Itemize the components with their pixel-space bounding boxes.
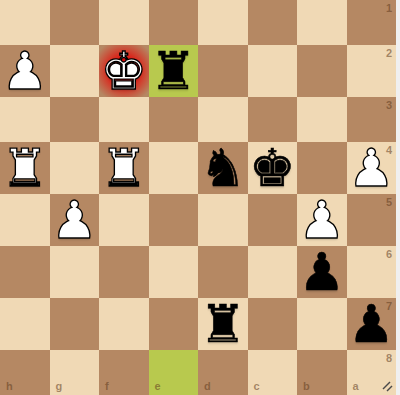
square-c7[interactable] <box>248 298 298 350</box>
file-label-g: g <box>56 381 63 392</box>
square-h3[interactable] <box>0 97 50 142</box>
square-c2[interactable] <box>248 45 298 97</box>
white-pawn[interactable]: ♟ <box>51 194 98 246</box>
square-h4[interactable]: ♜ <box>0 142 50 194</box>
rank-label-8: 8 <box>386 353 392 364</box>
square-d4[interactable]: ♞ <box>198 142 248 194</box>
square-e2[interactable]: ♜ <box>149 45 199 97</box>
square-a7[interactable]: ♟7 <box>347 298 397 350</box>
white-pawn[interactable]: ♟ <box>298 194 345 246</box>
square-h1[interactable] <box>0 0 50 45</box>
square-a1[interactable]: 1 <box>347 0 397 45</box>
square-e4[interactable] <box>149 142 199 194</box>
file-label-b: b <box>303 381 310 392</box>
square-h6[interactable] <box>0 246 50 298</box>
black-rook[interactable]: ♜ <box>199 298 246 350</box>
white-pawn[interactable]: ♟ <box>1 45 48 97</box>
file-label-f: f <box>105 381 109 392</box>
white-king[interactable]: ♚ <box>100 45 147 97</box>
square-b2[interactable] <box>297 45 347 97</box>
rank-label-6: 6 <box>386 249 392 260</box>
chess-app-screen: 1♟♚♜23♜♜♞♚♟4♟♟5♟6♜♟7hgfedcb8a <box>0 0 400 395</box>
square-a2[interactable]: 2 <box>347 45 397 97</box>
square-g2[interactable] <box>50 45 100 97</box>
rank-label-5: 5 <box>386 197 392 208</box>
square-c4[interactable]: ♚ <box>248 142 298 194</box>
square-b6[interactable]: ♟ <box>297 246 347 298</box>
rank-label-4: 4 <box>386 145 392 156</box>
white-rook[interactable]: ♜ <box>100 142 147 194</box>
square-e3[interactable] <box>149 97 199 142</box>
square-d6[interactable] <box>198 246 248 298</box>
square-h7[interactable] <box>0 298 50 350</box>
chess-board[interactable]: 1♟♚♜23♜♜♞♚♟4♟♟5♟6♜♟7hgfedcb8a <box>0 0 396 395</box>
black-rook[interactable]: ♜ <box>150 45 197 97</box>
black-king[interactable]: ♚ <box>249 142 296 194</box>
square-a5[interactable]: 5 <box>347 194 397 246</box>
square-c8[interactable]: c <box>248 350 298 395</box>
square-f5[interactable] <box>99 194 149 246</box>
square-g4[interactable] <box>50 142 100 194</box>
square-b4[interactable] <box>297 142 347 194</box>
square-d2[interactable] <box>198 45 248 97</box>
square-f1[interactable] <box>99 0 149 45</box>
file-label-a: a <box>353 381 359 392</box>
file-label-h: h <box>6 381 13 392</box>
square-h8[interactable]: h <box>0 350 50 395</box>
rank-label-7: 7 <box>386 301 392 312</box>
square-h2[interactable]: ♟ <box>0 45 50 97</box>
square-e7[interactable] <box>149 298 199 350</box>
board-resize-handle-icon[interactable] <box>379 378 394 393</box>
square-e1[interactable] <box>149 0 199 45</box>
black-knight[interactable]: ♞ <box>199 142 246 194</box>
right-gutter <box>396 0 400 395</box>
square-b8[interactable]: b <box>297 350 347 395</box>
square-h5[interactable] <box>0 194 50 246</box>
white-rook[interactable]: ♜ <box>1 142 48 194</box>
file-label-e: e <box>155 381 161 392</box>
square-c5[interactable] <box>248 194 298 246</box>
square-e6[interactable] <box>149 246 199 298</box>
square-f4[interactable]: ♜ <box>99 142 149 194</box>
square-d3[interactable] <box>198 97 248 142</box>
square-d5[interactable] <box>198 194 248 246</box>
square-f6[interactable] <box>99 246 149 298</box>
square-a6[interactable]: 6 <box>347 246 397 298</box>
square-c1[interactable] <box>248 0 298 45</box>
square-f7[interactable] <box>99 298 149 350</box>
square-g8[interactable]: g <box>50 350 100 395</box>
square-f8[interactable]: f <box>99 350 149 395</box>
square-e5[interactable] <box>149 194 199 246</box>
square-d8[interactable]: d <box>198 350 248 395</box>
square-b1[interactable] <box>297 0 347 45</box>
square-b7[interactable] <box>297 298 347 350</box>
square-a4[interactable]: ♟4 <box>347 142 397 194</box>
rank-label-2: 2 <box>386 48 392 59</box>
square-c3[interactable] <box>248 97 298 142</box>
square-b3[interactable] <box>297 97 347 142</box>
square-e8[interactable]: e <box>149 350 199 395</box>
square-b5[interactable]: ♟ <box>297 194 347 246</box>
square-d1[interactable] <box>198 0 248 45</box>
rank-label-1: 1 <box>386 3 392 14</box>
black-pawn[interactable]: ♟ <box>298 246 345 298</box>
square-f2[interactable]: ♚ <box>99 45 149 97</box>
square-g1[interactable] <box>50 0 100 45</box>
square-g7[interactable] <box>50 298 100 350</box>
file-label-c: c <box>254 381 260 392</box>
square-g6[interactable] <box>50 246 100 298</box>
square-g5[interactable]: ♟ <box>50 194 100 246</box>
square-d7[interactable]: ♜ <box>198 298 248 350</box>
square-f3[interactable] <box>99 97 149 142</box>
square-c6[interactable] <box>248 246 298 298</box>
square-a3[interactable]: 3 <box>347 97 397 142</box>
square-g3[interactable] <box>50 97 100 142</box>
rank-label-3: 3 <box>386 100 392 111</box>
file-label-d: d <box>204 381 211 392</box>
